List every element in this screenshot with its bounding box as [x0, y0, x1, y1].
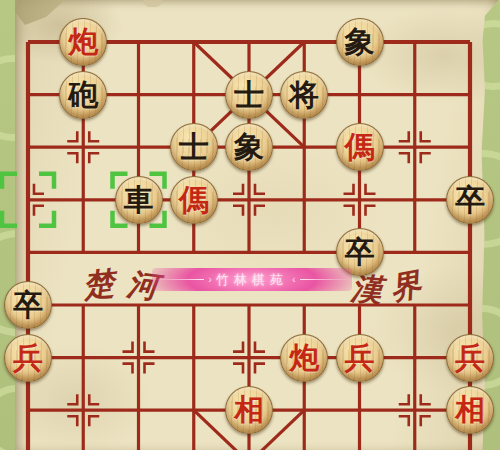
piece-glyph: 象 — [345, 27, 375, 57]
piece-glyph: 炮 — [68, 27, 98, 57]
piece-glyph: 象 — [234, 132, 264, 162]
piece-glyph: 士 — [234, 80, 264, 110]
banner-arrow-left-icon: ‹ — [292, 274, 296, 285]
piece-glyph: 傌 — [179, 185, 209, 215]
banner-line-right — [300, 279, 352, 280]
piece-red-soldier[interactable]: 兵 — [4, 334, 52, 382]
piece-glyph: 相 — [234, 395, 264, 425]
piece-red-horse[interactable]: 傌 — [336, 123, 384, 171]
piece-black-elephant[interactable]: 象 — [336, 18, 384, 66]
xiangqi-board[interactable]: 炮象砲士将士象傌車傌卒卒卒兵炮兵兵相相 — [0, 16, 497, 450]
banner-line-left — [152, 279, 204, 280]
piece-black-cannon[interactable]: 砲 — [59, 71, 107, 119]
piece-glyph: 卒 — [13, 290, 43, 320]
piece-glyph: 士 — [179, 132, 209, 162]
piece-glyph: 卒 — [455, 185, 485, 215]
piece-red-cannon[interactable]: 炮 — [59, 18, 107, 66]
watermark-text: 竹林棋苑 — [216, 271, 288, 289]
piece-glyph: 卒 — [345, 237, 375, 267]
piece-black-chariot[interactable]: 車 — [115, 176, 163, 224]
piece-black-advisor[interactable]: 士 — [170, 123, 218, 171]
piece-red-horse[interactable]: 傌 — [170, 176, 218, 224]
banner-arrow-right-icon: › — [208, 274, 212, 285]
piece-glyph: 兵 — [13, 343, 43, 373]
xiangqi-game-screen: 楚河漢界 炮象砲士将士象傌車傌卒卒卒兵炮兵兵相相 › 竹林棋苑 ‹ — [0, 0, 500, 450]
piece-glyph: 将 — [289, 80, 319, 110]
piece-glyph: 兵 — [455, 343, 485, 373]
piece-red-soldier[interactable]: 兵 — [446, 334, 494, 382]
piece-glyph: 兵 — [345, 343, 375, 373]
piece-glyph: 傌 — [345, 132, 375, 162]
piece-glyph: 車 — [124, 185, 154, 215]
piece-black-soldier[interactable]: 卒 — [446, 176, 494, 224]
piece-red-elephant[interactable]: 相 — [446, 386, 494, 434]
piece-black-advisor[interactable]: 士 — [225, 71, 273, 119]
piece-black-soldier[interactable]: 卒 — [4, 281, 52, 329]
piece-red-cannon[interactable]: 炮 — [280, 334, 328, 382]
piece-glyph: 炮 — [289, 343, 319, 373]
piece-glyph: 砲 — [68, 80, 98, 110]
piece-red-soldier[interactable]: 兵 — [336, 334, 384, 382]
piece-glyph: 相 — [455, 395, 485, 425]
piece-black-general[interactable]: 将 — [280, 71, 328, 119]
piece-black-elephant[interactable]: 象 — [225, 123, 273, 171]
watermark-banner: › 竹林棋苑 ‹ — [152, 268, 352, 291]
piece-red-elephant[interactable]: 相 — [225, 386, 273, 434]
